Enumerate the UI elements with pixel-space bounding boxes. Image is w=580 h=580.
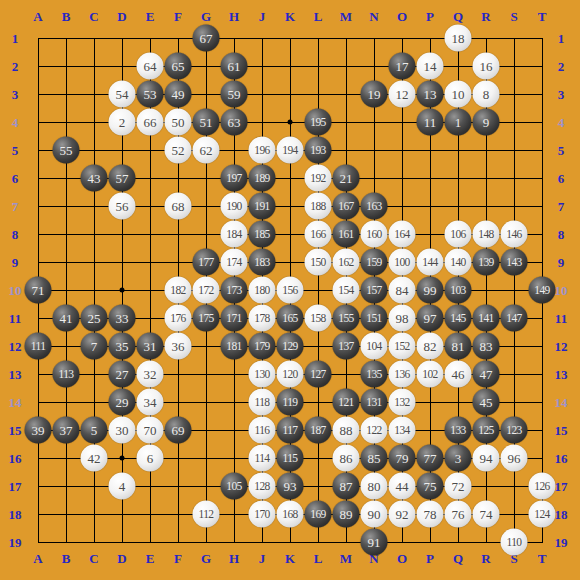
col-label-bottom-Q: Q <box>453 552 463 565</box>
stone-white: 10 <box>445 81 472 108</box>
stone-move-number: 89 <box>340 508 353 521</box>
star-point <box>288 120 293 125</box>
row-label-right-17: 17 <box>555 480 568 493</box>
col-label-top-J: J <box>259 10 266 23</box>
row-label-right-8: 8 <box>558 228 565 241</box>
stone-black: 97 <box>417 305 444 332</box>
stone-black: 85 <box>361 445 388 472</box>
stone-move-number: 6 <box>147 452 154 465</box>
stone-move-number: 174 <box>226 256 241 268</box>
stone-white: 100 <box>389 249 416 276</box>
stone-white: 160 <box>361 221 388 248</box>
stone-black: 9 <box>473 109 500 136</box>
stone-move-number: 183 <box>254 256 269 268</box>
stone-move-number: 50 <box>172 116 185 129</box>
stone-black: 37 <box>53 417 80 444</box>
stone-move-number: 165 <box>282 312 297 324</box>
stone-black: 43 <box>81 165 108 192</box>
stone-move-number: 14 <box>424 60 437 73</box>
stone-move-number: 25 <box>88 312 101 325</box>
stone-move-number: 19 <box>368 88 381 101</box>
stone-black: 175 <box>193 305 220 332</box>
stone-black: 147 <box>501 305 528 332</box>
stone-move-number: 137 <box>338 340 353 352</box>
row-label-left-15: 15 <box>9 424 22 437</box>
stone-black: 91 <box>361 529 388 556</box>
stone-move-number: 33 <box>116 312 129 325</box>
stone-move-number: 132 <box>394 396 409 408</box>
stone-white: 106 <box>445 221 472 248</box>
stone-black: 111 <box>25 333 52 360</box>
stone-black: 123 <box>501 417 528 444</box>
stone-black: 47 <box>473 361 500 388</box>
row-label-right-1: 1 <box>558 32 565 45</box>
grid-hline <box>38 542 543 543</box>
stone-black: 33 <box>109 305 136 332</box>
stone-white: 32 <box>137 361 164 388</box>
stone-white: 150 <box>305 249 332 276</box>
col-label-bottom-G: G <box>201 552 211 565</box>
stone-black: 195 <box>305 109 332 136</box>
stone-move-number: 90 <box>368 508 381 521</box>
row-label-right-14: 14 <box>555 396 568 409</box>
stone-white: 154 <box>333 277 360 304</box>
stone-black: 189 <box>249 165 276 192</box>
stone-move-number: 71 <box>32 284 45 297</box>
stone-white: 114 <box>249 445 276 472</box>
stone-move-number: 42 <box>88 452 101 465</box>
stone-black: 125 <box>473 417 500 444</box>
stone-move-number: 124 <box>534 508 549 520</box>
stone-move-number: 189 <box>254 172 269 184</box>
row-label-left-7: 7 <box>12 200 19 213</box>
stone-move-number: 195 <box>310 116 325 128</box>
stone-black: 103 <box>445 277 472 304</box>
stone-move-number: 147 <box>506 312 521 324</box>
stone-white: 82 <box>417 333 444 360</box>
stone-white: 76 <box>445 501 472 528</box>
stone-move-number: 169 <box>310 508 325 520</box>
stone-move-number: 128 <box>254 480 269 492</box>
stone-white: 190 <box>221 193 248 220</box>
stone-white: 34 <box>137 389 164 416</box>
stone-move-number: 49 <box>172 88 185 101</box>
stone-black: 185 <box>249 221 276 248</box>
stone-move-number: 167 <box>338 200 353 212</box>
col-label-top-S: S <box>510 10 517 23</box>
stone-white: 104 <box>361 333 388 360</box>
stone-black: 129 <box>277 333 304 360</box>
stone-move-number: 99 <box>424 284 437 297</box>
col-label-bottom-C: C <box>89 552 98 565</box>
stone-move-number: 196 <box>254 144 269 156</box>
stone-move-number: 79 <box>396 452 409 465</box>
stone-white: 166 <box>305 221 332 248</box>
stone-move-number: 54 <box>116 88 129 101</box>
stone-move-number: 182 <box>170 284 185 296</box>
stone-move-number: 172 <box>198 284 213 296</box>
stone-move-number: 188 <box>310 200 325 212</box>
row-label-left-14: 14 <box>9 396 22 409</box>
stone-move-number: 176 <box>170 312 185 324</box>
stone-move-number: 166 <box>310 228 325 240</box>
stone-white: 176 <box>165 305 192 332</box>
stone-move-number: 197 <box>226 172 241 184</box>
col-label-bottom-H: H <box>229 552 239 565</box>
stone-white: 178 <box>249 305 276 332</box>
stone-move-number: 120 <box>282 368 297 380</box>
stone-move-number: 91 <box>368 536 381 549</box>
stone-black: 53 <box>137 81 164 108</box>
stone-move-number: 11 <box>424 116 437 129</box>
stone-move-number: 141 <box>478 312 493 324</box>
stone-move-number: 117 <box>282 424 297 436</box>
stone-move-number: 177 <box>198 256 213 268</box>
col-label-top-T: T <box>538 10 547 23</box>
row-label-left-12: 12 <box>9 340 22 353</box>
col-label-top-C: C <box>89 10 98 23</box>
stone-black: 21 <box>333 165 360 192</box>
row-label-right-5: 5 <box>558 144 565 157</box>
stone-move-number: 57 <box>116 172 129 185</box>
stone-move-number: 47 <box>480 368 493 381</box>
row-label-left-5: 5 <box>12 144 19 157</box>
stone-black: 163 <box>361 193 388 220</box>
stone-white: 126 <box>529 473 556 500</box>
stone-black: 159 <box>361 249 388 276</box>
stone-black: 75 <box>417 473 444 500</box>
row-label-left-9: 9 <box>12 256 19 269</box>
stone-move-number: 1 <box>455 116 462 129</box>
stone-black: 137 <box>333 333 360 360</box>
stone-black: 155 <box>333 305 360 332</box>
stone-white: 56 <box>109 193 136 220</box>
stone-white: 94 <box>473 445 500 472</box>
stone-move-number: 162 <box>338 256 353 268</box>
stone-move-number: 133 <box>450 424 465 436</box>
stone-white: 54 <box>109 81 136 108</box>
row-label-right-19: 19 <box>555 536 568 549</box>
stone-move-number: 122 <box>366 424 381 436</box>
stone-move-number: 2 <box>119 116 126 129</box>
col-label-top-B: B <box>62 10 71 23</box>
stone-black: 25 <box>81 305 108 332</box>
stone-move-number: 5 <box>91 424 98 437</box>
stone-move-number: 181 <box>226 340 241 352</box>
stone-black: 71 <box>25 277 52 304</box>
col-label-top-D: D <box>117 10 126 23</box>
stone-black: 151 <box>361 305 388 332</box>
stone-move-number: 66 <box>144 116 157 129</box>
stone-white: 134 <box>389 417 416 444</box>
stone-move-number: 158 <box>310 312 325 324</box>
stone-black: 77 <box>417 445 444 472</box>
stone-move-number: 123 <box>506 424 521 436</box>
stone-black: 87 <box>333 473 360 500</box>
stone-move-number: 112 <box>198 508 213 520</box>
row-label-right-16: 16 <box>555 452 568 465</box>
row-label-right-3: 3 <box>558 88 565 101</box>
stone-white: 90 <box>361 501 388 528</box>
stone-move-number: 190 <box>226 200 241 212</box>
stone-move-number: 192 <box>310 172 325 184</box>
stone-move-number: 70 <box>144 424 157 437</box>
stone-white: 144 <box>417 249 444 276</box>
stone-move-number: 126 <box>534 480 549 492</box>
stone-black: 167 <box>333 193 360 220</box>
stone-move-number: 175 <box>198 312 213 324</box>
stone-move-number: 151 <box>366 312 381 324</box>
stone-white: 62 <box>193 137 220 164</box>
stone-white: 72 <box>445 473 472 500</box>
row-label-left-18: 18 <box>9 508 22 521</box>
stone-move-number: 180 <box>254 284 269 296</box>
stone-move-number: 100 <box>394 256 409 268</box>
stone-move-number: 187 <box>310 424 325 436</box>
stone-black: 169 <box>305 501 332 528</box>
stone-move-number: 92 <box>396 508 409 521</box>
stone-white: 124 <box>529 501 556 528</box>
stone-white: 4 <box>109 473 136 500</box>
stone-white: 136 <box>389 361 416 388</box>
stone-black: 19 <box>361 81 388 108</box>
col-label-top-A: A <box>33 10 42 23</box>
stone-black: 197 <box>221 165 248 192</box>
col-label-bottom-D: D <box>117 552 126 565</box>
stone-move-number: 146 <box>506 228 521 240</box>
stone-move-number: 81 <box>452 340 465 353</box>
stone-move-number: 55 <box>60 144 73 157</box>
stone-move-number: 31 <box>144 340 157 353</box>
stone-black: 145 <box>445 305 472 332</box>
stone-black: 67 <box>193 25 220 52</box>
stone-white: 130 <box>249 361 276 388</box>
stone-black: 1 <box>445 109 472 136</box>
col-label-top-F: F <box>174 10 182 23</box>
col-label-bottom-F: F <box>174 552 182 565</box>
stone-move-number: 61 <box>228 60 241 73</box>
row-label-left-2: 2 <box>12 60 19 73</box>
stone-black: 149 <box>529 277 556 304</box>
stone-black: 141 <box>473 305 500 332</box>
stone-black: 49 <box>165 81 192 108</box>
stone-white: 168 <box>277 501 304 528</box>
stone-black: 181 <box>221 333 248 360</box>
stone-black: 121 <box>333 389 360 416</box>
stone-move-number: 46 <box>452 368 465 381</box>
stone-black: 17 <box>389 53 416 80</box>
stone-move-number: 143 <box>506 256 521 268</box>
stone-white: 146 <box>501 221 528 248</box>
stone-white: 110 <box>501 529 528 556</box>
stone-move-number: 149 <box>534 284 549 296</box>
stone-move-number: 115 <box>282 452 297 464</box>
stone-move-number: 160 <box>366 228 381 240</box>
stone-move-number: 116 <box>254 424 269 436</box>
row-label-left-19: 19 <box>9 536 22 549</box>
stone-white: 78 <box>417 501 444 528</box>
col-label-bottom-L: L <box>314 552 323 565</box>
col-label-bottom-T: T <box>538 552 547 565</box>
stone-white: 2 <box>109 109 136 136</box>
row-label-right-11: 11 <box>555 312 567 325</box>
stone-move-number: 136 <box>394 368 409 380</box>
stone-black: 57 <box>109 165 136 192</box>
stone-white: 188 <box>305 193 332 220</box>
stone-white: 86 <box>333 445 360 472</box>
stone-move-number: 163 <box>366 200 381 212</box>
stone-move-number: 159 <box>366 256 381 268</box>
row-label-left-16: 16 <box>9 452 22 465</box>
stone-move-number: 56 <box>116 200 129 213</box>
stone-black: 45 <box>473 389 500 416</box>
stone-move-number: 21 <box>340 172 353 185</box>
stone-white: 68 <box>165 193 192 220</box>
stone-white: 44 <box>389 473 416 500</box>
stone-black: 27 <box>109 361 136 388</box>
stone-white: 148 <box>473 221 500 248</box>
row-label-right-4: 4 <box>558 116 565 129</box>
col-label-top-O: O <box>397 10 407 23</box>
stone-move-number: 135 <box>366 368 381 380</box>
col-label-bottom-R: R <box>481 552 490 565</box>
go-board[interactable]: AABBCCDDEEFFGGHHJJKKLLMMNNOOPPQQRRSSTT11… <box>0 0 580 580</box>
stone-black: 133 <box>445 417 472 444</box>
stone-black: 29 <box>109 389 136 416</box>
stone-black: 81 <box>445 333 472 360</box>
stone-white: 6 <box>137 445 164 472</box>
stone-black: 63 <box>221 109 248 136</box>
row-label-right-10: 10 <box>555 284 568 297</box>
stone-move-number: 74 <box>480 508 493 521</box>
stone-white: 70 <box>137 417 164 444</box>
stone-black: 89 <box>333 501 360 528</box>
stone-white: 196 <box>249 137 276 164</box>
stone-move-number: 106 <box>450 228 465 240</box>
stone-move-number: 72 <box>452 480 465 493</box>
stone-black: 143 <box>501 249 528 276</box>
stone-move-number: 93 <box>284 480 297 493</box>
stone-move-number: 156 <box>282 284 297 296</box>
stone-move-number: 154 <box>338 284 353 296</box>
stone-black: 59 <box>221 81 248 108</box>
stone-move-number: 144 <box>422 256 437 268</box>
stone-move-number: 157 <box>366 284 381 296</box>
stone-move-number: 76 <box>452 508 465 521</box>
stone-black: 113 <box>53 361 80 388</box>
stone-black: 83 <box>473 333 500 360</box>
stone-white: 74 <box>473 501 500 528</box>
row-label-right-13: 13 <box>555 368 568 381</box>
row-label-right-7: 7 <box>558 200 565 213</box>
stone-white: 170 <box>249 501 276 528</box>
stone-move-number: 97 <box>424 312 437 325</box>
stone-white: 152 <box>389 333 416 360</box>
stone-move-number: 80 <box>368 480 381 493</box>
col-label-bottom-J: J <box>259 552 266 565</box>
stone-white: 122 <box>361 417 388 444</box>
stone-move-number: 131 <box>366 396 381 408</box>
stone-move-number: 9 <box>483 116 490 129</box>
stone-move-number: 32 <box>144 368 157 381</box>
stone-move-number: 139 <box>478 256 493 268</box>
col-label-top-E: E <box>146 10 155 23</box>
stone-move-number: 35 <box>116 340 129 353</box>
stone-white: 66 <box>137 109 164 136</box>
stone-move-number: 148 <box>478 228 493 240</box>
stone-move-number: 51 <box>200 116 213 129</box>
stone-move-number: 67 <box>200 32 213 45</box>
stone-move-number: 78 <box>424 508 437 521</box>
stone-black: 39 <box>25 417 52 444</box>
row-label-left-8: 8 <box>12 228 19 241</box>
stone-black: 35 <box>109 333 136 360</box>
row-label-left-11: 11 <box>9 312 21 325</box>
col-label-bottom-M: M <box>340 552 352 565</box>
col-label-top-L: L <box>314 10 323 23</box>
stone-move-number: 87 <box>340 480 353 493</box>
stone-move-number: 86 <box>340 452 353 465</box>
stone-white: 36 <box>165 333 192 360</box>
stone-move-number: 161 <box>338 228 353 240</box>
stone-white: 92 <box>389 501 416 528</box>
stone-white: 156 <box>277 277 304 304</box>
stone-white: 184 <box>221 221 248 248</box>
stone-black: 177 <box>193 249 220 276</box>
stone-move-number: 168 <box>282 508 297 520</box>
stone-move-number: 145 <box>450 312 465 324</box>
stone-black: 105 <box>221 473 248 500</box>
stone-white: 50 <box>165 109 192 136</box>
stone-move-number: 184 <box>226 228 241 240</box>
stone-black: 7 <box>81 333 108 360</box>
stone-black: 5 <box>81 417 108 444</box>
col-label-bottom-A: A <box>33 552 42 565</box>
stone-white: 18 <box>445 25 472 52</box>
stone-white: 88 <box>333 417 360 444</box>
stone-black: 165 <box>277 305 304 332</box>
row-label-left-6: 6 <box>12 172 19 185</box>
stone-move-number: 13 <box>424 88 437 101</box>
star-point <box>120 288 125 293</box>
stone-white: 46 <box>445 361 472 388</box>
row-label-right-6: 6 <box>558 172 565 185</box>
stone-move-number: 59 <box>228 88 241 101</box>
stone-white: 16 <box>473 53 500 80</box>
stone-move-number: 119 <box>282 396 297 408</box>
row-label-right-18: 18 <box>555 508 568 521</box>
stone-black: 119 <box>277 389 304 416</box>
stone-black: 183 <box>249 249 276 276</box>
stone-move-number: 17 <box>396 60 409 73</box>
stone-move-number: 12 <box>396 88 409 101</box>
stone-white: 120 <box>277 361 304 388</box>
col-label-top-R: R <box>481 10 490 23</box>
stone-white: 96 <box>501 445 528 472</box>
stone-move-number: 130 <box>254 368 269 380</box>
stone-move-number: 179 <box>254 340 269 352</box>
stone-move-number: 118 <box>254 396 269 408</box>
stone-black: 157 <box>361 277 388 304</box>
stone-move-number: 114 <box>254 452 269 464</box>
stone-move-number: 170 <box>254 508 269 520</box>
stone-black: 93 <box>277 473 304 500</box>
stone-move-number: 75 <box>424 480 437 493</box>
row-label-right-2: 2 <box>558 60 565 73</box>
stone-black: 179 <box>249 333 276 360</box>
stone-move-number: 83 <box>480 340 493 353</box>
stone-black: 3 <box>445 445 472 472</box>
